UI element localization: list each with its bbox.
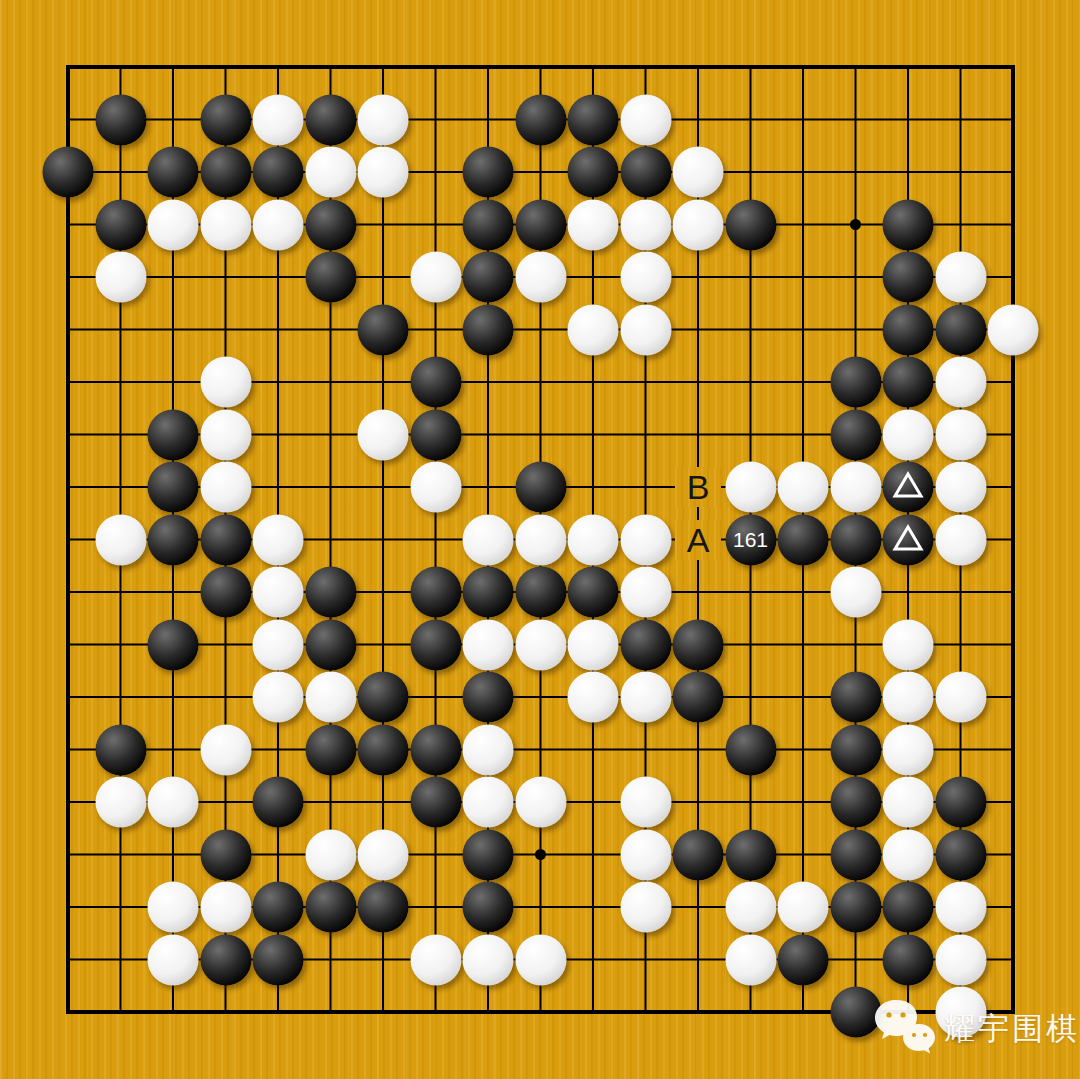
white-stone: [200, 882, 251, 933]
black-stone: [673, 619, 724, 670]
white-stone: [725, 882, 776, 933]
black-stone: [463, 567, 514, 618]
black-stone: [358, 304, 409, 355]
point-label-B: B: [675, 467, 721, 507]
white-stone: [620, 882, 671, 933]
black-stone: [410, 357, 461, 408]
black-stone: [200, 829, 251, 880]
black-stone: [95, 94, 146, 145]
white-stone: [883, 724, 934, 775]
white-stone: [725, 462, 776, 513]
black-stone: [568, 147, 619, 198]
white-stone: [410, 252, 461, 303]
black-stone: [148, 619, 199, 670]
black-stone: [148, 462, 199, 513]
white-stone: [883, 409, 934, 460]
black-stone: [305, 199, 356, 250]
white-stone: [935, 882, 986, 933]
white-stone: [883, 619, 934, 670]
black-stone: [305, 567, 356, 618]
white-stone: [620, 672, 671, 723]
white-stone: [935, 672, 986, 723]
white-stone: [778, 462, 829, 513]
black-stone: [568, 567, 619, 618]
white-stone: [358, 829, 409, 880]
white-stone: [200, 409, 251, 460]
black-stone: [515, 199, 566, 250]
black-stone: [830, 882, 881, 933]
black-stone: [305, 94, 356, 145]
go-board: 161BA: [0, 0, 1080, 1079]
black-stone: [148, 514, 199, 565]
white-stone: [620, 567, 671, 618]
black-stone: [883, 882, 934, 933]
white-stone: [148, 882, 199, 933]
white-stone: [463, 619, 514, 670]
black-stone: [463, 829, 514, 880]
black-stone: [830, 672, 881, 723]
star-point: [850, 219, 861, 230]
watermark: 耀宇围棋: [872, 998, 1080, 1060]
white-stone: [515, 934, 566, 985]
black-stone: [253, 934, 304, 985]
black-stone: [515, 462, 566, 513]
black-stone: [463, 882, 514, 933]
white-stone: [568, 672, 619, 723]
black-stone: [463, 147, 514, 198]
white-stone: [410, 462, 461, 513]
black-stone: [253, 882, 304, 933]
white-stone: [95, 514, 146, 565]
white-stone: [830, 567, 881, 618]
black-stone: [410, 567, 461, 618]
black-stone: [725, 199, 776, 250]
point-label-A: A: [675, 520, 721, 560]
black-stone: [253, 777, 304, 828]
white-stone: [148, 934, 199, 985]
white-stone: [305, 672, 356, 723]
go-board-diagram: 161BA 耀宇围棋: [0, 0, 1080, 1079]
wechat-chat-bubbles-icon: [872, 998, 936, 1060]
black-stone: [515, 567, 566, 618]
black-stone: [463, 199, 514, 250]
black-stone: [358, 882, 409, 933]
black-stone: [410, 777, 461, 828]
black-stone: [463, 252, 514, 303]
black-stone: [200, 514, 251, 565]
black-stone: [148, 147, 199, 198]
white-stone: [200, 357, 251, 408]
white-stone: [935, 462, 986, 513]
black-stone: [620, 147, 671, 198]
black-stone: [148, 409, 199, 460]
white-stone: [463, 724, 514, 775]
white-stone: [463, 934, 514, 985]
black-stone: [830, 829, 881, 880]
black-stone: [463, 672, 514, 723]
white-stone: [515, 514, 566, 565]
black-stone: [410, 409, 461, 460]
black-stone: [830, 409, 881, 460]
black-stone: [883, 304, 934, 355]
white-stone: [253, 94, 304, 145]
white-stone: [620, 94, 671, 145]
black-stone: [43, 147, 94, 198]
black-stone: [673, 829, 724, 880]
black-stone: [620, 619, 671, 670]
black-stone: [95, 724, 146, 775]
white-stone: [620, 777, 671, 828]
white-stone: [725, 934, 776, 985]
white-stone: [620, 304, 671, 355]
white-stone: [305, 829, 356, 880]
watermark-text: 耀宇围棋: [944, 1008, 1080, 1050]
white-stone: [568, 199, 619, 250]
white-stone: [410, 934, 461, 985]
white-stone: [568, 514, 619, 565]
black-stone: [200, 94, 251, 145]
black-stone: [200, 147, 251, 198]
black-stone: [95, 199, 146, 250]
white-stone: [358, 409, 409, 460]
black-stone: [883, 199, 934, 250]
black-stone: [778, 934, 829, 985]
white-stone: [883, 829, 934, 880]
black-stone: [515, 94, 566, 145]
black-stone: [568, 94, 619, 145]
white-stone: [988, 304, 1039, 355]
white-stone: [253, 199, 304, 250]
white-stone: [568, 619, 619, 670]
white-stone: [620, 514, 671, 565]
black-stone: [883, 934, 934, 985]
white-stone: [95, 777, 146, 828]
black-stone: [725, 514, 776, 565]
black-stone: [883, 514, 934, 565]
white-stone: [935, 934, 986, 985]
white-stone: [358, 147, 409, 198]
star-point: [535, 849, 546, 860]
white-stone: [463, 514, 514, 565]
white-stone: [200, 199, 251, 250]
white-stone: [673, 147, 724, 198]
black-stone: [830, 724, 881, 775]
black-stone: [935, 829, 986, 880]
white-stone: [620, 829, 671, 880]
white-stone: [620, 252, 671, 303]
black-stone: [883, 357, 934, 408]
black-stone: [305, 724, 356, 775]
black-stone: [410, 724, 461, 775]
white-stone: [935, 514, 986, 565]
white-stone: [673, 199, 724, 250]
white-stone: [935, 252, 986, 303]
black-stone: [830, 777, 881, 828]
black-stone: [305, 882, 356, 933]
white-stone: [883, 777, 934, 828]
black-stone: [725, 724, 776, 775]
black-stone: [673, 672, 724, 723]
black-stone: [305, 619, 356, 670]
white-stone: [148, 777, 199, 828]
white-stone: [883, 672, 934, 723]
white-stone: [778, 882, 829, 933]
white-stone: [358, 94, 409, 145]
black-stone: [883, 252, 934, 303]
white-stone: [830, 462, 881, 513]
black-stone: [935, 304, 986, 355]
white-stone: [935, 357, 986, 408]
white-stone: [253, 619, 304, 670]
white-stone: [515, 252, 566, 303]
black-stone: [725, 829, 776, 880]
white-stone: [200, 724, 251, 775]
black-stone: [358, 672, 409, 723]
white-stone: [253, 567, 304, 618]
black-stone: [305, 252, 356, 303]
black-stone: [935, 777, 986, 828]
black-stone: [410, 619, 461, 670]
white-stone: [463, 777, 514, 828]
black-stone: [253, 147, 304, 198]
black-stone: [883, 462, 934, 513]
white-stone: [620, 199, 671, 250]
black-stone: [358, 724, 409, 775]
black-stone: [200, 567, 251, 618]
black-stone: [200, 934, 251, 985]
black-stone: [830, 357, 881, 408]
white-stone: [253, 672, 304, 723]
white-stone: [253, 514, 304, 565]
white-stone: [515, 619, 566, 670]
black-stone: [463, 304, 514, 355]
white-stone: [95, 252, 146, 303]
white-stone: [568, 304, 619, 355]
white-stone: [515, 777, 566, 828]
white-stone: [148, 199, 199, 250]
white-stone: [305, 147, 356, 198]
white-stone: [200, 462, 251, 513]
black-stone: [778, 514, 829, 565]
white-stone: [935, 409, 986, 460]
black-stone: [830, 514, 881, 565]
